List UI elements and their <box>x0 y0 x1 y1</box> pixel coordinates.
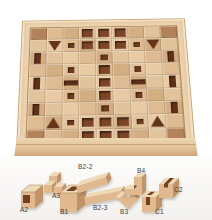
board-cell <box>129 63 146 76</box>
board-cell <box>147 75 165 88</box>
board-cell <box>96 89 113 102</box>
board-cell <box>96 27 112 39</box>
board-cell <box>28 90 45 103</box>
board-cell <box>79 76 96 89</box>
board-cell <box>113 88 130 101</box>
board-cell <box>114 102 132 116</box>
board-cell <box>45 103 63 117</box>
board-cell <box>96 76 113 89</box>
board-cell <box>44 116 62 130</box>
board-cell <box>79 39 95 51</box>
board-cell <box>113 63 130 76</box>
board-cell <box>46 40 63 52</box>
board-cell <box>63 39 80 51</box>
piece-label-c2: C2 <box>174 186 183 193</box>
board-cell <box>62 102 79 116</box>
board-cell <box>113 76 130 89</box>
piece-label-c1: C1 <box>155 208 164 215</box>
board-cell <box>96 51 113 64</box>
board-cell <box>29 52 46 65</box>
board-cell <box>147 88 165 101</box>
puzzle-tray <box>16 18 196 153</box>
tray-frame <box>16 18 196 153</box>
board-cell <box>28 77 45 90</box>
board-cell <box>27 116 45 130</box>
piece-label-b4: B4 <box>137 167 145 174</box>
board-cell <box>30 28 47 40</box>
piece-label-b2-3: B2-3 <box>93 204 108 211</box>
board-cell <box>30 40 47 52</box>
board-cell <box>46 52 63 65</box>
board-cell <box>130 88 148 101</box>
board-cell <box>63 28 79 40</box>
board-cell <box>145 38 162 50</box>
board-cell <box>128 27 145 39</box>
board-cell <box>114 115 132 129</box>
board-cell <box>112 51 129 64</box>
board-cell <box>131 101 149 115</box>
board-cell <box>27 103 45 117</box>
board-cell <box>62 89 79 102</box>
board-cell <box>145 50 162 63</box>
board-cell <box>112 27 129 39</box>
board-cell <box>45 90 62 103</box>
board-cell <box>62 76 79 89</box>
pieces-area: A2 A3 B1 B2-2 <box>0 156 212 220</box>
board-cell <box>130 75 147 88</box>
piece-label-b1: B1 <box>60 208 68 215</box>
board-cell <box>29 64 46 77</box>
piece-label-a2: A2 <box>20 206 28 213</box>
board-cell <box>79 89 96 102</box>
board-cell <box>63 64 80 77</box>
piece-label-b3: B3 <box>120 208 128 215</box>
board-cell <box>164 88 182 101</box>
board-cell <box>128 38 145 50</box>
board-cell <box>45 77 62 90</box>
board-cell <box>46 64 63 77</box>
board-cell <box>160 26 177 38</box>
board-cell <box>63 52 80 65</box>
board-cell <box>62 116 80 130</box>
board-cell <box>96 102 113 116</box>
board-cell <box>163 75 181 88</box>
board-cell <box>97 115 115 129</box>
board-cell <box>161 38 178 50</box>
board-cell <box>96 63 113 76</box>
board-cell <box>163 62 181 75</box>
board-cell <box>79 115 96 129</box>
board-cell <box>79 27 95 39</box>
board-cell <box>79 102 96 116</box>
board-cell <box>162 50 179 63</box>
board-cell <box>79 51 96 64</box>
board-cell <box>129 51 146 64</box>
board-cell <box>131 115 149 129</box>
board-cell <box>166 114 184 128</box>
board-cell <box>47 28 64 40</box>
board-cell <box>146 63 163 76</box>
board-cell <box>96 39 113 51</box>
board-cell <box>165 101 183 115</box>
board-cell <box>148 101 166 115</box>
board-cell <box>149 114 167 128</box>
board-cell <box>79 64 96 77</box>
board-cell <box>144 26 161 38</box>
tray-front-wall <box>14 138 198 158</box>
board-cell <box>112 39 129 51</box>
board-grid <box>25 25 186 145</box>
